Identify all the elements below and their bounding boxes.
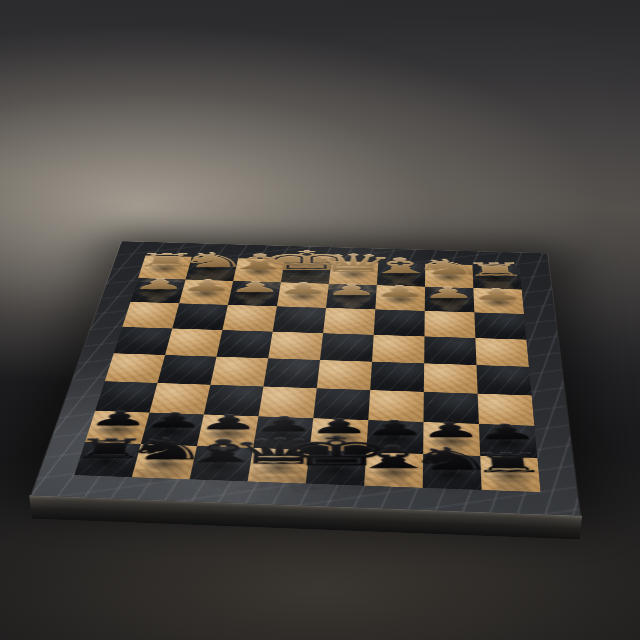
board-square[interactable]: [165, 328, 222, 356]
board-square[interactable]: [475, 338, 529, 367]
board-square[interactable]: [114, 327, 172, 355]
board-square[interactable]: [476, 365, 531, 395]
board-square[interactable]: [478, 394, 535, 426]
board-square[interactable]: [204, 385, 264, 417]
board-square[interactable]: [190, 446, 254, 482]
board-square[interactable]: [310, 418, 369, 452]
board-square[interactable]: [122, 302, 179, 329]
board-square[interactable]: [423, 392, 478, 424]
board-square[interactable]: [210, 357, 268, 387]
board-square[interactable]: [372, 335, 424, 364]
chess-board: ♜♜♞♞♝♝♚♚♛♛♝♝♞♞♜♜♟♟♟♟♟♟♟♟♟♟♟♟♟♟♟♟♟♟♟♟♟♟♟♟…: [31, 241, 580, 515]
board-square[interactable]: [217, 330, 273, 358]
board-square[interactable]: [370, 362, 424, 392]
board-square[interactable]: [313, 388, 370, 420]
board-square[interactable]: [323, 308, 375, 335]
board-square[interactable]: [424, 336, 476, 365]
board-square[interactable]: [479, 424, 538, 458]
board-square[interactable]: [263, 358, 320, 388]
board-square[interactable]: [306, 450, 367, 486]
board-square[interactable]: [141, 413, 204, 446]
board-square[interactable]: [423, 454, 482, 490]
board-square[interactable]: [364, 452, 423, 488]
board-square[interactable]: [374, 309, 425, 336]
board-square[interactable]: [132, 444, 197, 479]
board-square[interactable]: [317, 360, 372, 390]
board-square[interactable]: [480, 456, 540, 492]
piece-glyph: ♟: [275, 282, 330, 295]
board-square[interactable]: [423, 422, 480, 456]
pieces-layer: ♜♜♞♞♝♝♚♚♛♛♝♝♞♞♜♜♟♟♟♟♟♟♟♟♟♟♟♟♟♟♟♟♟♟♟♟♟♟♟♟…: [122, 241, 547, 253]
board-square[interactable]: [368, 390, 424, 422]
board-square[interactable]: [253, 416, 313, 450]
board-square[interactable]: [149, 383, 210, 414]
board-perspective-wrap: ♜♜♞♞♝♝♚♚♛♛♝♝♞♞♜♜♟♟♟♟♟♟♟♟♟♟♟♟♟♟♟♟♟♟♟♟♟♟♟♟…: [0, 0, 640, 640]
board-square[interactable]: [85, 411, 149, 444]
board-square[interactable]: [366, 420, 423, 454]
board-square[interactable]: [222, 305, 277, 332]
board-square[interactable]: [74, 442, 141, 477]
board-square[interactable]: [248, 448, 310, 484]
board-square[interactable]: [258, 387, 316, 419]
board-square[interactable]: [157, 355, 216, 385]
piece-glyph: ♟: [468, 288, 526, 301]
board-square[interactable]: [105, 353, 165, 383]
board-square[interactable]: [424, 363, 478, 393]
board-square[interactable]: [273, 306, 326, 333]
board-surface: ♜♜♞♞♝♝♚♚♛♛♝♝♞♞♜♜♟♟♟♟♟♟♟♟♟♟♟♟♟♟♟♟♟♟♟♟♟♟♟♟…: [31, 241, 580, 515]
board-square[interactable]: [197, 414, 259, 447]
piece-glyph: ♟: [227, 281, 283, 294]
board-square[interactable]: [172, 303, 228, 330]
board-square[interactable]: [95, 381, 157, 412]
board-square[interactable]: [268, 332, 323, 360]
board-square[interactable]: [474, 312, 526, 339]
board-square[interactable]: [320, 333, 374, 361]
chess-set-photo: ♜♜♞♞♝♝♚♚♛♛♝♝♞♞♜♜♟♟♟♟♟♟♟♟♟♟♟♟♟♟♟♟♟♟♟♟♟♟♟♟…: [0, 0, 640, 640]
board-square[interactable]: [424, 311, 475, 338]
